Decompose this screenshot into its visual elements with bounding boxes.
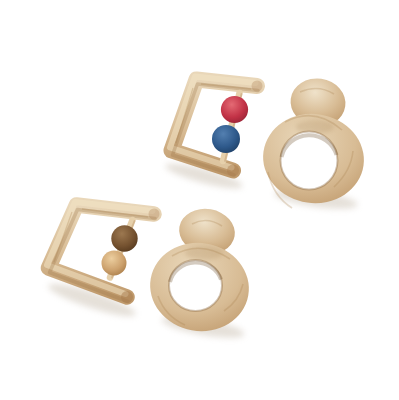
bead-red xyxy=(221,96,248,123)
wooden-toys-illustration xyxy=(0,0,399,400)
bar-end-grain xyxy=(252,81,263,92)
bar-end-grain xyxy=(149,209,160,220)
bead-beech xyxy=(102,251,127,276)
product-photo xyxy=(0,0,399,400)
bar-end-grain xyxy=(121,291,133,303)
bead-walnut xyxy=(111,225,137,251)
bar-end-grain xyxy=(227,165,239,177)
bead-blue xyxy=(212,125,240,153)
